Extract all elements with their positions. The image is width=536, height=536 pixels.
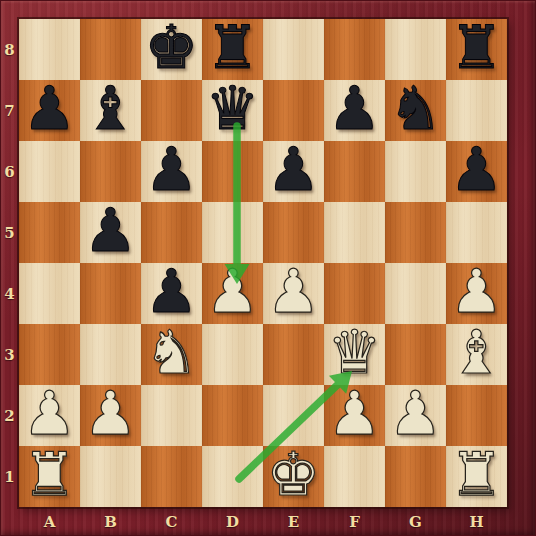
square-h7[interactable] [446, 80, 507, 141]
piece-black-pawn[interactable]: ♟ [84, 200, 138, 261]
square-c3[interactable]: ♞ [141, 324, 202, 385]
piece-white-pawn[interactable]: ♟ [23, 383, 77, 444]
square-g2[interactable]: ♟ [385, 385, 446, 446]
square-h8[interactable]: ♜ [446, 19, 507, 80]
rank-label-8: 8 [0, 19, 19, 80]
piece-black-pawn[interactable]: ♟ [145, 139, 199, 200]
chess-board[interactable]: ♚♜♜♟♝♛♟♞♟♟♟♟♟♟♟♟♞♛♝♟♟♟♟♜♚♜ [19, 19, 507, 507]
piece-white-pawn[interactable]: ♟ [328, 383, 382, 444]
square-b6[interactable] [80, 141, 141, 202]
square-e5[interactable] [263, 202, 324, 263]
square-g4[interactable] [385, 263, 446, 324]
square-d3[interactable] [202, 324, 263, 385]
file-label-b: B [80, 507, 141, 536]
square-b2[interactable]: ♟ [80, 385, 141, 446]
square-b3[interactable] [80, 324, 141, 385]
piece-white-king[interactable]: ♚ [267, 444, 321, 505]
file-label-a: A [19, 507, 80, 536]
square-d8[interactable]: ♜ [202, 19, 263, 80]
file-label-g: G [385, 507, 446, 536]
square-a5[interactable] [19, 202, 80, 263]
rank-label-7: 7 [0, 80, 19, 141]
square-e3[interactable] [263, 324, 324, 385]
square-g7[interactable]: ♞ [385, 80, 446, 141]
piece-white-pawn[interactable]: ♟ [267, 261, 321, 322]
piece-black-rook[interactable]: ♜ [450, 17, 504, 78]
square-f1[interactable] [324, 446, 385, 507]
square-g3[interactable] [385, 324, 446, 385]
square-h6[interactable]: ♟ [446, 141, 507, 202]
square-b7[interactable]: ♝ [80, 80, 141, 141]
square-d4[interactable]: ♟ [202, 263, 263, 324]
square-b5[interactable]: ♟ [80, 202, 141, 263]
piece-white-queen[interactable]: ♛ [328, 322, 382, 383]
square-c4[interactable]: ♟ [141, 263, 202, 324]
piece-black-queen[interactable]: ♛ [206, 78, 260, 139]
square-e8[interactable] [263, 19, 324, 80]
rank-label-2: 2 [0, 385, 19, 446]
square-g1[interactable] [385, 446, 446, 507]
square-c1[interactable] [141, 446, 202, 507]
board-frame: ♚♜♜♟♝♛♟♞♟♟♟♟♟♟♟♟♞♛♝♟♟♟♟♜♚♜ 87654321ABCDE… [0, 0, 536, 536]
square-b1[interactable] [80, 446, 141, 507]
square-f8[interactable] [324, 19, 385, 80]
piece-black-pawn[interactable]: ♟ [145, 261, 199, 322]
square-e2[interactable] [263, 385, 324, 446]
piece-black-pawn[interactable]: ♟ [267, 139, 321, 200]
piece-black-pawn[interactable]: ♟ [328, 78, 382, 139]
piece-black-rook[interactable]: ♜ [206, 17, 260, 78]
square-a7[interactable]: ♟ [19, 80, 80, 141]
piece-black-pawn[interactable]: ♟ [450, 139, 504, 200]
rank-label-3: 3 [0, 324, 19, 385]
piece-white-pawn[interactable]: ♟ [450, 261, 504, 322]
square-e7[interactable] [263, 80, 324, 141]
square-c8[interactable]: ♚ [141, 19, 202, 80]
file-label-c: C [141, 507, 202, 536]
piece-black-knight[interactable]: ♞ [389, 78, 443, 139]
square-a4[interactable] [19, 263, 80, 324]
square-f4[interactable] [324, 263, 385, 324]
square-g8[interactable] [385, 19, 446, 80]
square-f7[interactable]: ♟ [324, 80, 385, 141]
square-h3[interactable]: ♝ [446, 324, 507, 385]
rank-label-6: 6 [0, 141, 19, 202]
square-d5[interactable] [202, 202, 263, 263]
rank-label-4: 4 [0, 263, 19, 324]
square-c2[interactable] [141, 385, 202, 446]
square-g6[interactable] [385, 141, 446, 202]
square-c7[interactable] [141, 80, 202, 141]
piece-white-knight[interactable]: ♞ [145, 322, 199, 383]
square-c5[interactable] [141, 202, 202, 263]
square-f5[interactable] [324, 202, 385, 263]
square-d1[interactable] [202, 446, 263, 507]
square-h4[interactable]: ♟ [446, 263, 507, 324]
square-a6[interactable] [19, 141, 80, 202]
square-f6[interactable] [324, 141, 385, 202]
piece-white-pawn[interactable]: ♟ [206, 261, 260, 322]
piece-white-pawn[interactable]: ♟ [389, 383, 443, 444]
piece-white-bishop[interactable]: ♝ [450, 322, 504, 383]
square-e6[interactable]: ♟ [263, 141, 324, 202]
file-label-h: H [446, 507, 507, 536]
square-g5[interactable] [385, 202, 446, 263]
rank-label-1: 1 [0, 446, 19, 507]
square-h2[interactable] [446, 385, 507, 446]
square-d6[interactable] [202, 141, 263, 202]
piece-white-rook[interactable]: ♜ [450, 444, 504, 505]
square-b8[interactable] [80, 19, 141, 80]
rank-label-5: 5 [0, 202, 19, 263]
square-h5[interactable] [446, 202, 507, 263]
file-label-f: F [324, 507, 385, 536]
square-e1[interactable]: ♚ [263, 446, 324, 507]
square-e4[interactable]: ♟ [263, 263, 324, 324]
square-f3[interactable]: ♛ [324, 324, 385, 385]
square-d7[interactable]: ♛ [202, 80, 263, 141]
square-c6[interactable]: ♟ [141, 141, 202, 202]
piece-white-pawn[interactable]: ♟ [84, 383, 138, 444]
square-f2[interactable]: ♟ [324, 385, 385, 446]
square-d2[interactable] [202, 385, 263, 446]
file-label-e: E [263, 507, 324, 536]
square-a8[interactable] [19, 19, 80, 80]
square-a2[interactable]: ♟ [19, 385, 80, 446]
file-label-d: D [202, 507, 263, 536]
piece-black-pawn[interactable]: ♟ [23, 78, 77, 139]
square-a1[interactable]: ♜ [19, 446, 80, 507]
piece-black-bishop[interactable]: ♝ [84, 78, 138, 139]
square-b4[interactable] [80, 263, 141, 324]
piece-white-rook[interactable]: ♜ [23, 444, 77, 505]
square-a3[interactable] [19, 324, 80, 385]
square-h1[interactable]: ♜ [446, 446, 507, 507]
piece-black-king[interactable]: ♚ [145, 17, 199, 78]
